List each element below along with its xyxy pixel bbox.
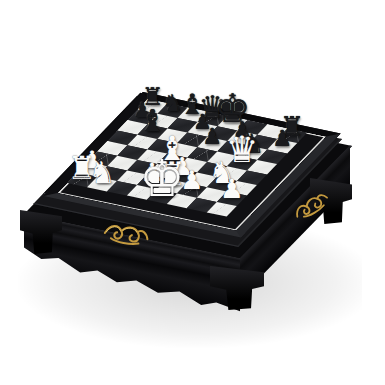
product-photo-scene: ♜♞♝♛♚♜♟♟♟♟♝♟♞♛♝♟♞♟♟♜♟♟♜♞♚ — [0, 0, 385, 385]
